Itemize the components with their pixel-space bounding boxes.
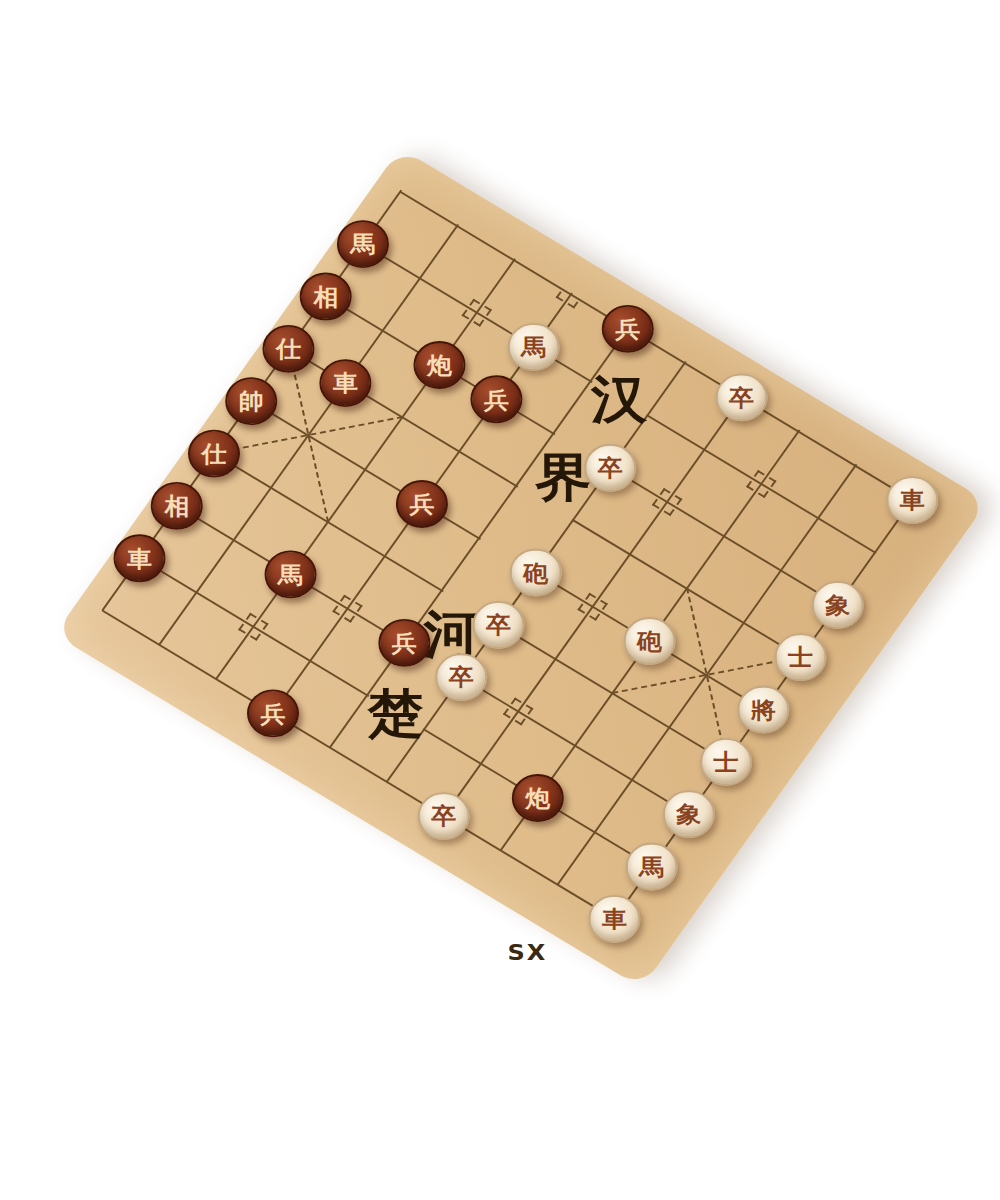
piece-dark-advisor[interactable]: 仕 [188, 430, 240, 478]
piece-dark-horse[interactable]: 馬 [265, 550, 317, 598]
product-photo-scene: 楚河界汉車相仕帥仕相馬車馬炮兵兵兵馬兵兵卒卒砲卒卒卒炮砲車馬象士將士象車 SX [0, 0, 1000, 1200]
river-char-han[interactable]: 汉 [591, 373, 647, 425]
river-char-he[interactable]: 河 [423, 608, 479, 660]
piece-light-cannon[interactable]: 砲 [624, 617, 676, 665]
piece-dark-elephant[interactable]: 相 [300, 273, 352, 321]
piece-dark-soldier[interactable]: 兵 [602, 305, 654, 353]
board-mat: 楚河界汉車相仕帥仕相馬車馬炮兵兵兵馬兵兵卒卒砲卒卒卒炮砲車馬象士將士象車 SX [54, 148, 987, 988]
palace-diagonal[interactable] [686, 588, 727, 762]
piece-light-horse[interactable]: 馬 [508, 323, 560, 371]
piece-dark-soldier[interactable]: 兵 [378, 619, 430, 667]
piece-light-soldier[interactable]: 卒 [435, 653, 487, 701]
piece-dark-elephant[interactable]: 相 [151, 482, 203, 530]
piece-dark-soldier[interactable]: 兵 [396, 480, 448, 528]
piece-dark-advisor[interactable]: 仕 [262, 325, 314, 373]
piece-light-elephant[interactable]: 象 [663, 790, 715, 838]
file-line[interactable] [102, 610, 615, 920]
piece-dark-soldier[interactable]: 兵 [247, 689, 299, 737]
piece-dark-cannon[interactable]: 炮 [512, 774, 564, 822]
piece-dark-horse[interactable]: 馬 [337, 220, 389, 268]
river-char-jie[interactable]: 界 [535, 451, 591, 503]
piece-light-soldier[interactable]: 卒 [716, 373, 768, 421]
piece-light-chariot[interactable]: 車 [588, 895, 640, 943]
brand-mark-label: SX [507, 939, 547, 965]
piece-dark-general[interactable]: 帥 [225, 377, 277, 425]
piece-light-horse[interactable]: 馬 [626, 843, 678, 891]
piece-light-cannon[interactable]: 砲 [510, 549, 562, 597]
piece-light-soldier[interactable]: 卒 [473, 601, 525, 649]
file-line[interactable] [400, 191, 913, 501]
piece-dark-cannon[interactable]: 炮 [414, 341, 466, 389]
piece-light-soldier[interactable]: 卒 [584, 444, 636, 492]
board-grid: 楚河界汉車相仕帥仕相馬車馬炮兵兵兵馬兵兵卒卒砲卒卒卒炮砲車馬象士將士象車 [102, 192, 912, 919]
river-char-chu[interactable]: 楚 [368, 687, 424, 739]
piece-light-soldier[interactable]: 卒 [418, 792, 470, 840]
piece-light-advisor[interactable]: 士 [775, 633, 827, 681]
piece-light-elephant[interactable]: 象 [812, 581, 864, 629]
piece-light-chariot[interactable]: 車 [886, 476, 938, 524]
piece-dark-chariot[interactable]: 車 [114, 534, 166, 582]
piece-light-advisor[interactable]: 士 [700, 738, 752, 786]
piece-light-general[interactable]: 將 [737, 686, 789, 734]
piece-dark-soldier[interactable]: 兵 [470, 375, 522, 423]
piece-dark-chariot[interactable]: 車 [319, 359, 371, 407]
